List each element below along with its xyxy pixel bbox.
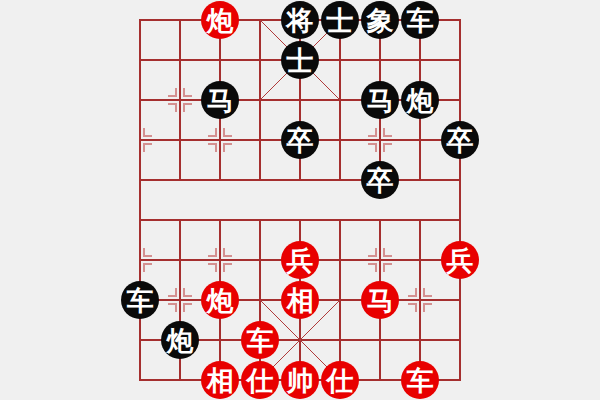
- intersection-c5r1[interactable]: [320, 40, 360, 80]
- intersection-c5r4[interactable]: [320, 160, 360, 200]
- piece-black-horse[interactable]: 马: [361, 81, 399, 119]
- intersection-c0r0[interactable]: [120, 0, 160, 40]
- piece-black-elephant[interactable]: 象: [361, 1, 399, 39]
- intersection-c3r6[interactable]: [240, 240, 280, 280]
- intersection-c5r3[interactable]: [320, 120, 360, 160]
- intersection-c0r5[interactable]: [120, 200, 160, 240]
- intersection-c6r6[interactable]: [360, 240, 400, 280]
- intersection-c3r1[interactable]: [240, 40, 280, 80]
- xiangqi-app: 炮将士象车士马马炮卒卒卒兵兵车炮相马炮车相仕帅仕车: [0, 0, 600, 400]
- intersection-c1r6[interactable]: [160, 240, 200, 280]
- intersection-c0r2[interactable]: [120, 80, 160, 120]
- intersection-c8r8[interactable]: [440, 320, 480, 360]
- piece-black-chariot[interactable]: 车: [401, 1, 439, 39]
- intersection-c6r5[interactable]: [360, 200, 400, 240]
- intersection-c2r8[interactable]: [200, 320, 240, 360]
- piece-red-chariot[interactable]: 车: [401, 361, 439, 399]
- intersection-c2r5[interactable]: [200, 200, 240, 240]
- piece-black-advisor[interactable]: 士: [321, 1, 359, 39]
- piece-red-general[interactable]: 帅: [281, 361, 319, 399]
- piece-black-horse[interactable]: 马: [201, 81, 239, 119]
- intersection-c2r1[interactable]: [200, 40, 240, 80]
- intersection-c3r4[interactable]: [240, 160, 280, 200]
- intersection-c8r4[interactable]: [440, 160, 480, 200]
- intersection-c6r8[interactable]: [360, 320, 400, 360]
- intersection-c0r8[interactable]: [120, 320, 160, 360]
- intersection-c3r7[interactable]: [240, 280, 280, 320]
- intersection-c6r9[interactable]: [360, 360, 400, 400]
- intersection-c8r5[interactable]: [440, 200, 480, 240]
- intersection-c0r1[interactable]: [120, 40, 160, 80]
- intersection-c7r3[interactable]: [400, 120, 440, 160]
- intersection-c3r2[interactable]: [240, 80, 280, 120]
- intersection-c1r9[interactable]: [160, 360, 200, 400]
- intersection-c3r3[interactable]: [240, 120, 280, 160]
- intersection-c3r0[interactable]: [240, 0, 280, 40]
- piece-black-general[interactable]: 将: [281, 1, 319, 39]
- intersection-c6r1[interactable]: [360, 40, 400, 80]
- intersection-c0r3[interactable]: [120, 120, 160, 160]
- intersection-c1r5[interactable]: [160, 200, 200, 240]
- intersection-c5r8[interactable]: [320, 320, 360, 360]
- intersection-c4r5[interactable]: [280, 200, 320, 240]
- intersection-c4r4[interactable]: [280, 160, 320, 200]
- piece-black-cannon[interactable]: 炮: [161, 321, 199, 359]
- intersection-c1r2[interactable]: [160, 80, 200, 120]
- intersection-c0r6[interactable]: [120, 240, 160, 280]
- intersection-c1r4[interactable]: [160, 160, 200, 200]
- piece-red-cannon[interactable]: 炮: [201, 1, 239, 39]
- intersection-c8r2[interactable]: [440, 80, 480, 120]
- intersection-c2r4[interactable]: [200, 160, 240, 200]
- intersection-c6r3[interactable]: [360, 120, 400, 160]
- piece-red-elephant[interactable]: 相: [281, 281, 319, 319]
- intersection-c5r7[interactable]: [320, 280, 360, 320]
- intersection-c7r8[interactable]: [400, 320, 440, 360]
- intersection-c8r9[interactable]: [440, 360, 480, 400]
- intersection-c1r3[interactable]: [160, 120, 200, 160]
- piece-red-horse[interactable]: 马: [361, 281, 399, 319]
- piece-black-soldier[interactable]: 卒: [441, 121, 479, 159]
- intersection-c0r9[interactable]: [120, 360, 160, 400]
- intersection-c7r1[interactable]: [400, 40, 440, 80]
- intersection-c8r1[interactable]: [440, 40, 480, 80]
- intersection-c2r3[interactable]: [200, 120, 240, 160]
- intersection-c1r1[interactable]: [160, 40, 200, 80]
- intersection-c4r2[interactable]: [280, 80, 320, 120]
- piece-red-elephant[interactable]: 相: [201, 361, 239, 399]
- piece-red-advisor[interactable]: 仕: [321, 361, 359, 399]
- piece-red-chariot[interactable]: 车: [241, 321, 279, 359]
- intersection-c7r7[interactable]: [400, 280, 440, 320]
- intersection-c4r8[interactable]: [280, 320, 320, 360]
- intersection-c5r2[interactable]: [320, 80, 360, 120]
- intersection-c8r7[interactable]: [440, 280, 480, 320]
- piece-red-advisor[interactable]: 仕: [241, 361, 279, 399]
- intersection-c2r6[interactable]: [200, 240, 240, 280]
- intersection-c8r0[interactable]: [440, 0, 480, 40]
- intersection-c0r4[interactable]: [120, 160, 160, 200]
- piece-black-chariot[interactable]: 车: [121, 281, 159, 319]
- piece-black-soldier[interactable]: 卒: [361, 161, 399, 199]
- intersection-c1r7[interactable]: [160, 280, 200, 320]
- intersection-c3r5[interactable]: [240, 200, 280, 240]
- intersection-c5r5[interactable]: [320, 200, 360, 240]
- piece-red-soldier[interactable]: 兵: [441, 241, 479, 279]
- intersection-c7r6[interactable]: [400, 240, 440, 280]
- intersection-c7r4[interactable]: [400, 160, 440, 200]
- piece-black-advisor[interactable]: 士: [281, 41, 319, 79]
- intersection-c5r6[interactable]: [320, 240, 360, 280]
- piece-red-soldier[interactable]: 兵: [281, 241, 319, 279]
- intersection-c1r0[interactable]: [160, 0, 200, 40]
- board-grid[interactable]: 炮将士象车士马马炮卒卒卒兵兵车炮相马炮车相仕帅仕车: [120, 0, 480, 400]
- piece-black-soldier[interactable]: 卒: [281, 121, 319, 159]
- intersection-c7r5[interactable]: [400, 200, 440, 240]
- piece-red-cannon[interactable]: 炮: [201, 281, 239, 319]
- piece-black-cannon[interactable]: 炮: [401, 81, 439, 119]
